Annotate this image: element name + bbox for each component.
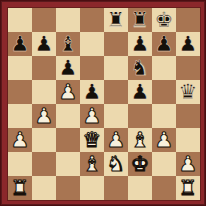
square-a2[interactable] bbox=[8, 152, 32, 176]
white-rook: ♜ bbox=[179, 176, 198, 200]
square-d6[interactable] bbox=[80, 56, 104, 80]
square-b8[interactable] bbox=[32, 8, 56, 32]
square-c1[interactable] bbox=[56, 176, 80, 200]
white-queen: ♛ bbox=[83, 128, 102, 152]
square-g8[interactable]: ♚ bbox=[152, 8, 176, 32]
square-d1[interactable] bbox=[80, 176, 104, 200]
square-f5[interactable]: ♟ bbox=[128, 80, 152, 104]
square-c4[interactable] bbox=[56, 104, 80, 128]
black-king: ♚ bbox=[155, 8, 174, 32]
square-h6[interactable] bbox=[176, 56, 200, 80]
white-rook: ♜ bbox=[11, 176, 30, 200]
square-b7[interactable]: ♟ bbox=[32, 32, 56, 56]
square-e5[interactable] bbox=[104, 80, 128, 104]
square-b6[interactable] bbox=[32, 56, 56, 80]
square-g2[interactable] bbox=[152, 152, 176, 176]
square-g4[interactable] bbox=[152, 104, 176, 128]
square-g3[interactable]: ♟ bbox=[152, 128, 176, 152]
white-pawn: ♟ bbox=[179, 152, 198, 176]
square-b4[interactable]: ♟ bbox=[32, 104, 56, 128]
square-f3[interactable]: ♝ bbox=[128, 128, 152, 152]
square-b5[interactable] bbox=[32, 80, 56, 104]
square-e8[interactable]: ♜ bbox=[104, 8, 128, 32]
black-pawn: ♟ bbox=[83, 80, 102, 104]
square-g5[interactable] bbox=[152, 80, 176, 104]
square-e4[interactable] bbox=[104, 104, 128, 128]
white-pawn: ♟ bbox=[35, 104, 54, 128]
square-f1[interactable] bbox=[128, 176, 152, 200]
square-b1[interactable] bbox=[32, 176, 56, 200]
square-c5[interactable]: ♟ bbox=[56, 80, 80, 104]
black-knight: ♞ bbox=[131, 56, 150, 80]
square-d7[interactable] bbox=[80, 32, 104, 56]
square-f4[interactable] bbox=[128, 104, 152, 128]
square-g7[interactable]: ♟ bbox=[152, 32, 176, 56]
square-a1[interactable]: ♜ bbox=[8, 176, 32, 200]
square-h8[interactable] bbox=[176, 8, 200, 32]
square-d2[interactable]: ♝ bbox=[80, 152, 104, 176]
chess-board: ♜♜♚♟♟♝♟♟♟♟♞♟♟♟♛♟♟♟♛♟♝♟♝♞♚♟♜♜ bbox=[8, 8, 200, 200]
white-knight: ♞ bbox=[107, 152, 126, 176]
square-c7[interactable]: ♝ bbox=[56, 32, 80, 56]
square-a3[interactable]: ♟ bbox=[8, 128, 32, 152]
square-f2[interactable]: ♚ bbox=[128, 152, 152, 176]
white-pawn: ♟ bbox=[155, 128, 174, 152]
white-pawn: ♟ bbox=[83, 104, 102, 128]
square-e6[interactable] bbox=[104, 56, 128, 80]
black-pawn: ♟ bbox=[131, 80, 150, 104]
white-pawn: ♟ bbox=[107, 128, 126, 152]
black-pawn: ♟ bbox=[35, 32, 54, 56]
square-f8[interactable]: ♜ bbox=[128, 8, 152, 32]
square-e1[interactable] bbox=[104, 176, 128, 200]
square-e7[interactable] bbox=[104, 32, 128, 56]
chess-board-frame: ♜♜♚♟♟♝♟♟♟♟♞♟♟♟♛♟♟♟♛♟♝♟♝♞♚♟♜♜ bbox=[0, 0, 206, 206]
square-d3[interactable]: ♛ bbox=[80, 128, 104, 152]
square-d8[interactable] bbox=[80, 8, 104, 32]
white-king: ♚ bbox=[131, 152, 150, 176]
square-a5[interactable] bbox=[8, 80, 32, 104]
square-c3[interactable] bbox=[56, 128, 80, 152]
black-pawn: ♟ bbox=[11, 32, 30, 56]
white-pawn: ♟ bbox=[11, 128, 30, 152]
square-h3[interactable] bbox=[176, 128, 200, 152]
square-b2[interactable] bbox=[32, 152, 56, 176]
square-f7[interactable]: ♟ bbox=[128, 32, 152, 56]
square-a6[interactable] bbox=[8, 56, 32, 80]
white-pawn: ♟ bbox=[59, 80, 78, 104]
black-pawn: ♟ bbox=[59, 56, 78, 80]
square-c8[interactable] bbox=[56, 8, 80, 32]
square-e3[interactable]: ♟ bbox=[104, 128, 128, 152]
square-h7[interactable]: ♟ bbox=[176, 32, 200, 56]
square-a7[interactable]: ♟ bbox=[8, 32, 32, 56]
square-g6[interactable] bbox=[152, 56, 176, 80]
black-bishop: ♝ bbox=[59, 32, 78, 56]
square-g1[interactable] bbox=[152, 176, 176, 200]
square-b3[interactable] bbox=[32, 128, 56, 152]
square-d5[interactable]: ♟ bbox=[80, 80, 104, 104]
square-a8[interactable] bbox=[8, 8, 32, 32]
square-h4[interactable] bbox=[176, 104, 200, 128]
black-pawn: ♟ bbox=[179, 32, 198, 56]
square-c6[interactable]: ♟ bbox=[56, 56, 80, 80]
black-rook: ♜ bbox=[131, 8, 150, 32]
square-c2[interactable] bbox=[56, 152, 80, 176]
square-h5[interactable]: ♛ bbox=[176, 80, 200, 104]
square-a4[interactable] bbox=[8, 104, 32, 128]
black-pawn: ♟ bbox=[155, 32, 174, 56]
square-h2[interactable]: ♟ bbox=[176, 152, 200, 176]
black-rook: ♜ bbox=[107, 8, 126, 32]
square-f6[interactable]: ♞ bbox=[128, 56, 152, 80]
square-e2[interactable]: ♞ bbox=[104, 152, 128, 176]
white-bishop: ♝ bbox=[83, 152, 102, 176]
black-queen: ♛ bbox=[179, 80, 198, 104]
white-bishop: ♝ bbox=[131, 128, 150, 152]
square-h1[interactable]: ♜ bbox=[176, 176, 200, 200]
square-d4[interactable]: ♟ bbox=[80, 104, 104, 128]
black-pawn: ♟ bbox=[131, 32, 150, 56]
